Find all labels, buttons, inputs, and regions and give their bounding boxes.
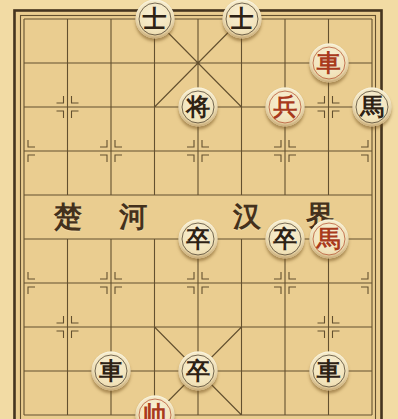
- piece-red-soldier[interactable]: 兵: [266, 88, 305, 127]
- piece-black-advisor[interactable]: 士: [135, 0, 174, 39]
- piece-black-chariot[interactable]: 車: [309, 352, 348, 391]
- piece-red-horse[interactable]: 馬: [309, 220, 348, 259]
- piece-glyph: 馬: [317, 226, 341, 250]
- piece-black-soldier[interactable]: 卒: [179, 352, 218, 391]
- piece-black-horse[interactable]: 馬: [353, 88, 392, 127]
- piece-black-general[interactable]: 将: [179, 88, 218, 127]
- piece-black-advisor[interactable]: 士: [222, 0, 261, 39]
- piece-glyph: 卒: [186, 358, 210, 382]
- piece-glyph: 士: [143, 6, 167, 30]
- river-char-chu: 楚: [54, 198, 82, 236]
- piece-black-chariot[interactable]: 車: [92, 352, 131, 391]
- piece-glyph: 兵: [273, 94, 297, 118]
- piece-glyph: 卒: [186, 226, 210, 250]
- piece-glyph: 帅: [143, 402, 167, 419]
- river-char-han: 汉: [233, 198, 261, 236]
- river-char-he: 河: [119, 198, 147, 236]
- piece-red-chariot[interactable]: 車: [309, 44, 348, 83]
- piece-glyph: 卒: [273, 226, 297, 250]
- piece-black-soldier[interactable]: 卒: [179, 220, 218, 259]
- piece-black-soldier[interactable]: 卒: [266, 220, 305, 259]
- piece-glyph: 車: [317, 50, 341, 74]
- xiangqi-board: 楚 河 汉 界 士士車将兵馬卒卒馬車卒車帅: [0, 0, 398, 419]
- piece-glyph: 車: [317, 358, 341, 382]
- piece-glyph: 将: [186, 94, 210, 118]
- piece-glyph: 車: [99, 358, 123, 382]
- piece-glyph: 馬: [360, 94, 384, 118]
- piece-glyph: 士: [230, 6, 254, 30]
